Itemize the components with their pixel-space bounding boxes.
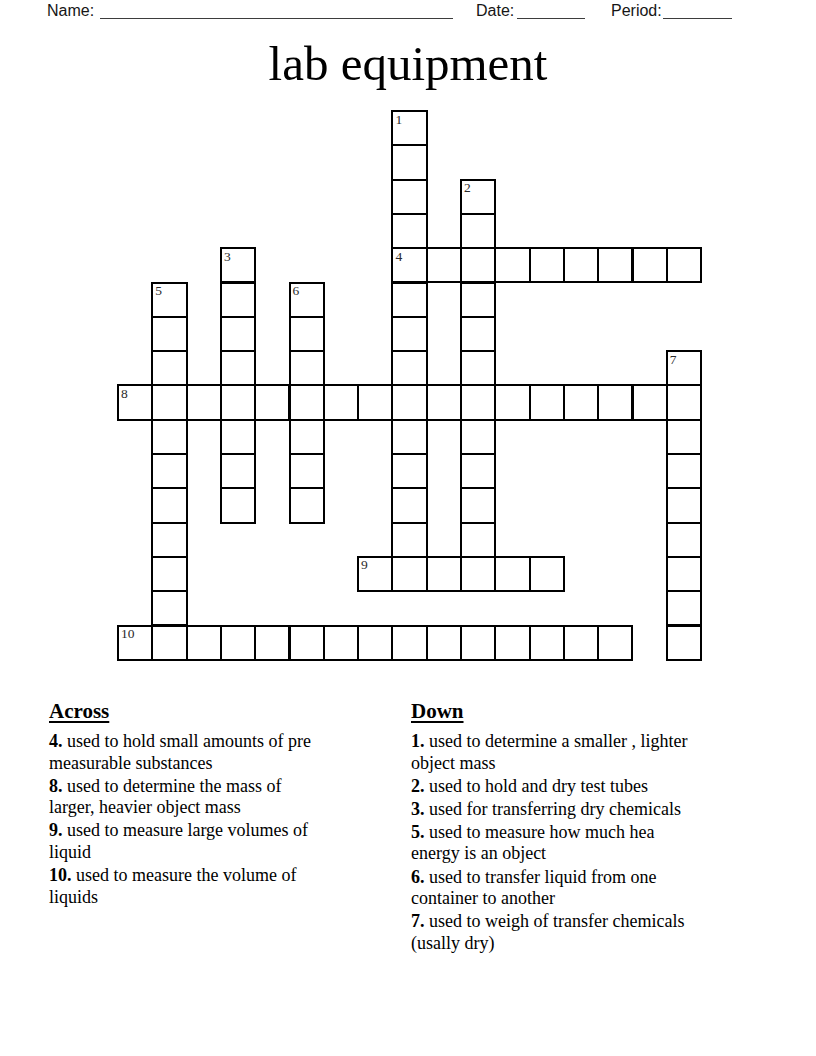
- cell-number-8: 8: [121, 387, 128, 401]
- cell-number-1: 1: [395, 113, 402, 127]
- worksheet-page: Name: Date: Period: lab equipment 123456…: [0, 0, 816, 1056]
- clue-number-label: 7.: [411, 911, 425, 931]
- grid-cell-r15c11[interactable]: [494, 625, 530, 661]
- grid-cell-r15c1[interactable]: [151, 625, 187, 661]
- clue-text: used to weigh of transfer chemicals (usa…: [411, 911, 684, 953]
- crossword-grid: 12345678910: [117, 110, 703, 661]
- grid-cell-r8c4[interactable]: [254, 384, 290, 420]
- grid-cell-r15c16[interactable]: [666, 625, 702, 661]
- down-clue-2: 2. used to hold and dry test tubes: [411, 776, 773, 798]
- grid-cell-r13c12[interactable]: [529, 556, 565, 592]
- grid-cell-r15c7[interactable]: [357, 625, 393, 661]
- down-clue-5: 5. used to measure how much hea energy i…: [411, 822, 773, 865]
- clue-text: used for transferring dry chemicals: [429, 799, 681, 819]
- date-blank-line[interactable]: [517, 1, 585, 19]
- grid-cell-r8c15[interactable]: [632, 384, 668, 420]
- grid-cell-r4c9[interactable]: [426, 247, 462, 283]
- down-clue-7: 7. used to weigh of transfer chemicals (…: [411, 911, 773, 954]
- grid-cell-r11c8[interactable]: [391, 487, 427, 523]
- clue-number-label: 10.: [49, 865, 72, 885]
- cell-number-6: 6: [293, 284, 300, 298]
- clue-text: used to hold and dry test tubes: [429, 776, 648, 796]
- grid-cell-r13c10[interactable]: [460, 556, 496, 592]
- grid-cell-r13c8[interactable]: [391, 556, 427, 592]
- grid-cell-r10c10[interactable]: [460, 453, 496, 489]
- grid-cell-r7c10[interactable]: [460, 350, 496, 386]
- grid-cell-r8c12[interactable]: [529, 384, 565, 420]
- across-clue-8: 8. used to determine the mass of larger,…: [49, 776, 394, 819]
- across-clue-4: 4. used to hold small amounts of pre mea…: [49, 731, 394, 774]
- cell-number-10: 10: [121, 627, 135, 641]
- down-clue-3: 3. used for transferring dry chemicals: [411, 799, 773, 821]
- grid-cell-r8c10[interactable]: [460, 384, 496, 420]
- grid-cell-r15c2[interactable]: [186, 625, 222, 661]
- grid-cell-r9c5[interactable]: [289, 419, 325, 455]
- grid-cell-r8c14[interactable]: [597, 384, 633, 420]
- grid-cell-r10c3[interactable]: [220, 453, 256, 489]
- clue-number-label: 5.: [411, 822, 425, 842]
- grid-cell-r15c9[interactable]: [426, 625, 462, 661]
- clue-number-label: 3.: [411, 799, 425, 819]
- grid-cell-r15c14[interactable]: [597, 625, 633, 661]
- cell-number-4: 4: [395, 250, 402, 264]
- name-blank-line[interactable]: [100, 1, 453, 19]
- across-clue-list: 4. used to hold small amounts of pre mea…: [49, 731, 394, 908]
- grid-cell-r15c6[interactable]: [323, 625, 359, 661]
- grid-cell-r11c3[interactable]: [220, 487, 256, 523]
- period-label: Period:: [611, 2, 662, 20]
- date-label: Date:: [476, 2, 514, 20]
- grid-cell-r6c5[interactable]: [289, 316, 325, 352]
- grid-cell-r4c15[interactable]: [632, 247, 668, 283]
- clue-text: used to measure how much hea energy is a…: [411, 822, 654, 864]
- cell-number-2: 2: [464, 181, 471, 195]
- puzzle-title: lab equipment: [0, 38, 816, 90]
- down-clue-1: 1. used to determine a smaller , lighter…: [411, 731, 773, 774]
- grid-cell-r2c8[interactable]: [391, 179, 427, 215]
- grid-cell-r5c5[interactable]: 6: [289, 282, 325, 318]
- grid-cell-r7c5[interactable]: [289, 350, 325, 386]
- clue-number-label: 9.: [49, 820, 63, 840]
- down-clue-6: 6. used to transfer liquid from one cont…: [411, 867, 773, 910]
- grid-cell-r6c8[interactable]: [391, 316, 427, 352]
- grid-cell-r6c3[interactable]: [220, 316, 256, 352]
- grid-cell-r13c7[interactable]: 9: [357, 556, 393, 592]
- grid-cell-r7c1[interactable]: [151, 350, 187, 386]
- grid-cell-r3c10[interactable]: [460, 213, 496, 249]
- grid-cell-r15c12[interactable]: [529, 625, 565, 661]
- grid-cell-r11c16[interactable]: [666, 487, 702, 523]
- grid-cell-r1c8[interactable]: [391, 144, 427, 180]
- grid-cell-r4c14[interactable]: [597, 247, 633, 283]
- grid-cell-r10c5[interactable]: [289, 453, 325, 489]
- grid-cell-r3c8[interactable]: [391, 213, 427, 249]
- clue-number-label: 6.: [411, 867, 425, 887]
- grid-cell-r13c16[interactable]: [666, 556, 702, 592]
- grid-cell-r8c6[interactable]: [323, 384, 359, 420]
- grid-cell-r8c0[interactable]: 8: [117, 384, 153, 420]
- grid-cell-r4c13[interactable]: [563, 247, 599, 283]
- down-clue-list: 1. used to determine a smaller , lighter…: [411, 731, 773, 954]
- grid-cell-r12c16[interactable]: [666, 522, 702, 558]
- clue-text: used to determine a smaller , lighter ob…: [411, 731, 687, 773]
- grid-cell-r10c8[interactable]: [391, 453, 427, 489]
- grid-cell-r14c1[interactable]: [151, 590, 187, 626]
- across-heading: Across: [49, 700, 394, 723]
- clue-number-label: 4.: [49, 731, 63, 751]
- grid-cell-r4c11[interactable]: [494, 247, 530, 283]
- grid-cell-r4c10[interactable]: [460, 247, 496, 283]
- grid-cell-r8c1[interactable]: [151, 384, 187, 420]
- grid-cell-r11c5[interactable]: [289, 487, 325, 523]
- grid-cell-r15c13[interactable]: [563, 625, 599, 661]
- grid-cell-r2c10[interactable]: 2: [460, 179, 496, 215]
- down-clues-section: Down 1. used to determine a smaller , li…: [411, 700, 773, 956]
- period-blank-line[interactable]: [663, 1, 732, 19]
- grid-cell-r10c1[interactable]: [151, 453, 187, 489]
- grid-cell-r8c3[interactable]: [220, 384, 256, 420]
- across-clues-section: Across 4. used to hold small amounts of …: [49, 700, 394, 910]
- clue-number-label: 8.: [49, 776, 63, 796]
- grid-cell-r5c10[interactable]: [460, 282, 496, 318]
- grid-cell-r10c16[interactable]: [666, 453, 702, 489]
- grid-cell-r11c10[interactable]: [460, 487, 496, 523]
- grid-cell-r15c8[interactable]: [391, 625, 427, 661]
- grid-cell-r12c8[interactable]: [391, 522, 427, 558]
- grid-cell-r12c1[interactable]: [151, 522, 187, 558]
- grid-cell-r4c16[interactable]: [666, 247, 702, 283]
- name-label: Name:: [47, 2, 94, 20]
- clue-number-label: 1.: [411, 731, 425, 751]
- down-heading: Down: [411, 700, 773, 723]
- clue-text: used to determine the mass of larger, he…: [49, 776, 281, 818]
- grid-cell-r7c8[interactable]: [391, 350, 427, 386]
- cell-number-7: 7: [670, 353, 677, 367]
- cell-number-9: 9: [361, 558, 368, 572]
- grid-cell-r8c11[interactable]: [494, 384, 530, 420]
- grid-cell-r8c2[interactable]: [186, 384, 222, 420]
- grid-cell-r7c3[interactable]: [220, 350, 256, 386]
- clue-text: used to measure the volume of liquids: [49, 865, 296, 907]
- grid-cell-r15c10[interactable]: [460, 625, 496, 661]
- grid-cell-r5c8[interactable]: [391, 282, 427, 318]
- grid-cell-r7c16[interactable]: 7: [666, 350, 702, 386]
- across-clue-10: 10. used to measure the volume of liquid…: [49, 865, 394, 908]
- grid-cell-r4c8[interactable]: 4: [391, 247, 427, 283]
- grid-cell-r8c7[interactable]: [357, 384, 393, 420]
- grid-cell-r9c8[interactable]: [391, 419, 427, 455]
- grid-cell-r15c5[interactable]: [289, 625, 325, 661]
- grid-cell-r9c16[interactable]: [666, 419, 702, 455]
- grid-cell-r8c8[interactable]: [391, 384, 427, 420]
- grid-cell-r8c9[interactable]: [426, 384, 462, 420]
- grid-cell-r5c3[interactable]: [220, 282, 256, 318]
- grid-cell-r9c10[interactable]: [460, 419, 496, 455]
- grid-cell-r8c5[interactable]: [289, 384, 325, 420]
- grid-cell-r8c13[interactable]: [563, 384, 599, 420]
- grid-cell-r6c1[interactable]: [151, 316, 187, 352]
- grid-cell-r13c9[interactable]: [426, 556, 462, 592]
- grid-cell-r13c1[interactable]: [151, 556, 187, 592]
- grid-cell-r15c0[interactable]: 10: [117, 625, 153, 661]
- grid-cell-r11c1[interactable]: [151, 487, 187, 523]
- across-clue-9: 9. used to measure large volumes of liqu…: [49, 820, 394, 863]
- clue-text: used to transfer liquid from one contain…: [411, 867, 656, 909]
- grid-cell-r5c1[interactable]: 5: [151, 282, 187, 318]
- grid-cell-r8c16[interactable]: [666, 384, 702, 420]
- clue-text: used to hold small amounts of pre measur…: [49, 731, 311, 773]
- cell-number-3: 3: [224, 250, 231, 264]
- clue-number-label: 2.: [411, 776, 425, 796]
- grid-cell-r0c8[interactable]: 1: [391, 110, 427, 146]
- grid-cell-r9c3[interactable]: [220, 419, 256, 455]
- grid-cell-r14c16[interactable]: [666, 590, 702, 626]
- grid-cell-r9c1[interactable]: [151, 419, 187, 455]
- grid-cell-r4c3[interactable]: 3: [220, 247, 256, 283]
- cell-number-5: 5: [155, 284, 162, 298]
- grid-cell-r15c3[interactable]: [220, 625, 256, 661]
- grid-cell-r4c12[interactable]: [529, 247, 565, 283]
- clue-text: used to measure large volumes of liquid: [49, 820, 308, 862]
- grid-cell-r13c11[interactable]: [494, 556, 530, 592]
- grid-cell-r12c10[interactable]: [460, 522, 496, 558]
- grid-cell-r6c10[interactable]: [460, 316, 496, 352]
- grid-cell-r15c4[interactable]: [254, 625, 290, 661]
